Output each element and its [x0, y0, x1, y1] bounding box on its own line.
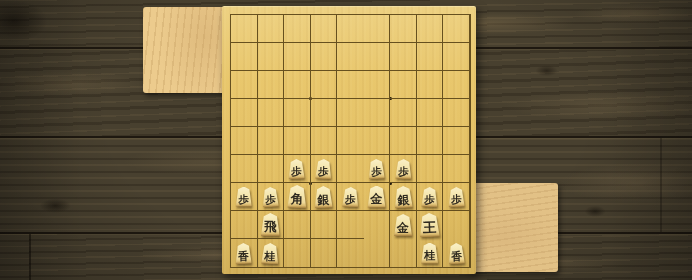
square-5c[interactable]: [337, 71, 364, 99]
piece-pawn-2g[interactable]: 歩: [417, 183, 443, 210]
piece-body: 角: [287, 185, 307, 208]
piece-silver-3g[interactable]: 銀: [390, 183, 416, 210]
square-9c[interactable]: [231, 71, 258, 99]
square-1e[interactable]: [443, 127, 470, 155]
square-7i[interactable]: [284, 239, 311, 267]
square-7g[interactable]: 角: [284, 183, 311, 211]
right-piece-stand[interactable]: [468, 183, 558, 272]
piece-kanji: 香: [451, 250, 462, 264]
square-3c[interactable]: [390, 71, 417, 99]
piece-body: 歩: [394, 158, 411, 178]
square-2h[interactable]: 王: [417, 211, 444, 239]
square-5e[interactable]: [337, 127, 364, 155]
square-2i[interactable]: 桂: [417, 239, 444, 267]
square-1d[interactable]: [443, 99, 470, 127]
square-6d[interactable]: [311, 99, 338, 127]
square-5d[interactable]: [337, 99, 364, 127]
square-1g[interactable]: 歩: [443, 183, 470, 211]
piece-body: 金: [367, 186, 386, 208]
piece-body: 歩: [368, 158, 386, 179]
piece-pawn-7f[interactable]: 歩: [284, 155, 310, 182]
piece-body: 歩: [315, 158, 333, 179]
piece-body: 王: [419, 213, 441, 238]
square-7c[interactable]: [284, 71, 311, 99]
square-3h[interactable]: 金: [390, 211, 417, 239]
square-2g[interactable]: 歩: [417, 183, 444, 211]
square-9d[interactable]: [231, 99, 258, 127]
piece-kanji: 金: [371, 193, 383, 208]
piece-body: 歩: [235, 187, 252, 207]
square-5i[interactable]: [337, 239, 364, 267]
square-4c[interactable]: [364, 71, 391, 99]
piece-kanji: 歩: [345, 193, 356, 206]
piece-kanji: 飛: [264, 221, 277, 236]
piece-kanji: 銀: [317, 193, 329, 208]
square-4e[interactable]: [364, 127, 391, 155]
square-8c[interactable]: [258, 71, 285, 99]
plank-seam: [660, 138, 662, 232]
piece-body: 歩: [448, 186, 465, 206]
square-4g[interactable]: 金: [364, 183, 391, 211]
piece-kanji: 金: [397, 222, 409, 237]
square-1c[interactable]: [443, 71, 470, 99]
piece-pawn-9g[interactable]: 歩: [231, 183, 257, 210]
square-9a[interactable]: [231, 15, 258, 43]
square-1a[interactable]: [443, 15, 470, 43]
piece-kanji: 角: [290, 193, 303, 208]
piece-gold-4g[interactable]: 金: [364, 183, 390, 210]
piece-pawn-6f[interactable]: 歩: [311, 155, 337, 182]
piece-pawn-1g[interactable]: 歩: [443, 183, 469, 210]
plank-seam: [29, 234, 31, 280]
square-6a[interactable]: [311, 15, 338, 43]
square-3e[interactable]: [390, 127, 417, 155]
square-5a[interactable]: [337, 15, 364, 43]
piece-kanji: 歩: [371, 165, 382, 178]
piece-knight-2i[interactable]: 桂: [417, 239, 443, 267]
piece-body: 桂: [261, 242, 280, 264]
square-9b[interactable]: [231, 43, 258, 71]
square-3a[interactable]: [390, 15, 417, 43]
square-8f[interactable]: [258, 155, 285, 183]
square-9g[interactable]: 歩: [231, 183, 258, 211]
piece-pawn-4f[interactable]: 歩: [364, 155, 390, 182]
piece-body: 桂: [421, 243, 439, 264]
piece-body: 香: [447, 242, 465, 264]
piece-kanji: 歩: [451, 193, 462, 206]
piece-silver-6g[interactable]: 銀: [311, 183, 337, 210]
piece-kanji: 歩: [239, 194, 250, 207]
square-7f[interactable]: 歩: [284, 155, 311, 183]
square-6g[interactable]: 銀: [311, 183, 338, 211]
square-8i[interactable]: 桂: [258, 239, 285, 267]
square-6f[interactable]: 歩: [311, 155, 338, 183]
square-2a[interactable]: [417, 15, 444, 43]
square-2e[interactable]: [417, 127, 444, 155]
piece-pawn-3f[interactable]: 歩: [390, 155, 416, 182]
square-8h[interactable]: 飛: [258, 211, 285, 239]
piece-lance-1i[interactable]: 香: [443, 239, 469, 267]
square-7d[interactable]: [284, 99, 311, 127]
piece-body: 香: [235, 242, 252, 263]
piece-body: 金: [394, 214, 413, 236]
piece-body: 銀: [314, 185, 333, 207]
square-2d[interactable]: [417, 99, 444, 127]
piece-kanji: 歩: [318, 165, 329, 178]
piece-kanji: 王: [423, 221, 437, 237]
shogi-photo-scene: 歩歩歩歩歩歩角銀歩金銀歩歩飛金王香桂桂香: [0, 0, 692, 280]
piece-body: 歩: [261, 186, 279, 207]
piece-kanji: 銀: [397, 193, 409, 208]
square-9e[interactable]: [231, 127, 258, 155]
piece-body: 歩: [288, 158, 305, 178]
piece-knight-8i[interactable]: 桂: [258, 239, 284, 267]
square-1i[interactable]: 香: [443, 239, 470, 267]
square-3d[interactable]: [390, 99, 417, 127]
square-6h[interactable]: [311, 211, 338, 239]
square-6c[interactable]: [311, 71, 338, 99]
square-1b[interactable]: [443, 43, 470, 71]
square-4d[interactable]: [364, 99, 391, 127]
piece-body: 飛: [260, 213, 280, 236]
square-3i[interactable]: [390, 239, 417, 267]
piece-body: 歩: [342, 186, 360, 207]
square-4h[interactable]: [364, 211, 391, 239]
square-7e[interactable]: [284, 127, 311, 155]
piece-bishop-7g[interactable]: 角: [284, 183, 310, 210]
square-7b[interactable]: [284, 43, 311, 71]
piece-gold-3h[interactable]: 金: [390, 211, 416, 239]
piece-lance-9i[interactable]: 香: [231, 239, 257, 267]
square-3g[interactable]: 銀: [390, 183, 417, 211]
square-9f[interactable]: [231, 155, 258, 183]
square-9h[interactable]: [231, 211, 258, 239]
left-piece-stand[interactable]: [143, 7, 230, 93]
square-4b[interactable]: [364, 43, 391, 71]
square-8e[interactable]: [258, 127, 285, 155]
piece-kanji: 歩: [398, 165, 409, 178]
square-6e[interactable]: [311, 127, 338, 155]
square-3b[interactable]: [390, 43, 417, 71]
square-8g[interactable]: 歩: [258, 183, 285, 211]
piece-kanji: 桂: [264, 250, 275, 264]
piece-kanji: 歩: [292, 165, 303, 178]
square-1f[interactable]: [443, 155, 470, 183]
square-7a[interactable]: [284, 15, 311, 43]
piece-kanji: 歩: [424, 193, 435, 206]
square-2b[interactable]: [417, 43, 444, 71]
square-4i[interactable]: [364, 239, 391, 267]
piece-body: 歩: [421, 186, 438, 206]
square-4f[interactable]: 歩: [364, 155, 391, 183]
piece-king-2h[interactable]: 王: [417, 211, 443, 239]
square-5h[interactable]: [337, 211, 364, 239]
board-grid: 歩歩歩歩歩歩角銀歩金銀歩歩飛金王香桂桂香: [230, 14, 471, 268]
square-2c[interactable]: [417, 71, 444, 99]
square-3f[interactable]: 歩: [390, 155, 417, 183]
square-4a[interactable]: [364, 15, 391, 43]
piece-body: 銀: [393, 185, 413, 208]
shogi-board: 歩歩歩歩歩歩角銀歩金銀歩歩飛金王香桂桂香: [222, 6, 476, 274]
square-8a[interactable]: [258, 15, 285, 43]
square-9i[interactable]: 香: [231, 239, 258, 267]
piece-kanji: 歩: [265, 193, 276, 206]
square-5g[interactable]: 歩: [337, 183, 364, 211]
piece-pawn-8g[interactable]: 歩: [258, 183, 284, 210]
square-2f[interactable]: [417, 155, 444, 183]
square-5b[interactable]: [337, 43, 364, 71]
square-8d[interactable]: [258, 99, 285, 127]
square-7h[interactable]: [284, 211, 311, 239]
piece-kanji: 桂: [424, 250, 435, 264]
piece-kanji: 香: [238, 250, 249, 264]
square-6i[interactable]: [311, 239, 338, 267]
piece-rook-8h[interactable]: 飛: [258, 211, 284, 238]
square-8b[interactable]: [258, 43, 285, 71]
square-6b[interactable]: [311, 43, 338, 71]
piece-pawn-5g[interactable]: 歩: [337, 183, 364, 210]
square-5f[interactable]: [337, 155, 364, 183]
square-1h[interactable]: [443, 211, 470, 239]
